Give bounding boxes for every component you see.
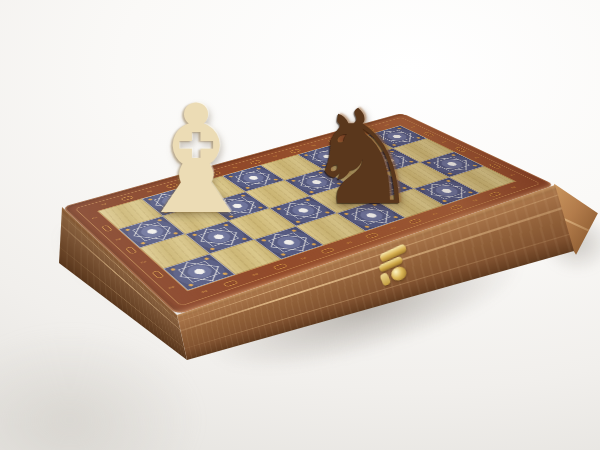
border-motif-cartouche xyxy=(151,271,164,279)
border-motif-curl: ∾ xyxy=(231,166,240,170)
border-motif-cartouche xyxy=(454,147,467,152)
border-motif-cartouche xyxy=(125,247,137,255)
border-motif-curl: ∾ xyxy=(345,240,356,245)
border-motif-curl: ∾ xyxy=(470,198,480,203)
brass-clasp xyxy=(373,241,421,296)
border-motif-curl: ∾ xyxy=(473,156,482,160)
border-motif-cartouche xyxy=(289,149,301,154)
border-motif-cartouche xyxy=(249,160,262,165)
border-motif-curl: ∾ xyxy=(90,216,99,221)
photo-scene: ∾∾∾∾∾∾∾∾ ∾∾∾∾∾∾∾∾ ∾∾∾∾ ∾∾∾∾ ♝ ♞ xyxy=(0,0,600,450)
border-motif-cartouche xyxy=(121,195,135,200)
border-motif-curl: ∾ xyxy=(166,285,177,291)
border-motif-curl: ∾ xyxy=(509,185,519,189)
border-motif-cartouche xyxy=(449,204,463,210)
tile-star-medallion xyxy=(131,222,171,241)
border-motif-cartouche xyxy=(223,279,239,286)
border-motif-cartouche xyxy=(327,138,339,142)
border-motif-curl: ∾ xyxy=(200,289,211,295)
border-motif-cartouche xyxy=(488,191,502,197)
border-motif-curl: ∾ xyxy=(139,260,149,266)
border-motif-curl: ∾ xyxy=(388,226,398,231)
border-motif-cartouche xyxy=(408,218,422,224)
clasp-hook xyxy=(379,272,391,287)
border-motif-curl: ∾ xyxy=(145,189,154,193)
border-motif-curl: ∾ xyxy=(347,133,356,136)
border-motif-curl: ∾ xyxy=(383,123,392,126)
border-motif-curl: ∾ xyxy=(250,272,261,278)
border-motif-cartouche xyxy=(365,232,380,238)
border-motif-curl: ∾ xyxy=(299,256,310,262)
border-motif-curl: ∾ xyxy=(508,173,518,177)
border-motif-cartouche xyxy=(272,263,287,270)
tile-star-medallion xyxy=(177,261,220,283)
border-motif-curl: ∾ xyxy=(409,125,418,128)
border-motif-curl: ∾ xyxy=(100,202,109,206)
border-motif-curl: ∾ xyxy=(430,212,440,217)
border-motif-curl: ∾ xyxy=(271,154,280,158)
border-motif-curl: ∾ xyxy=(440,140,449,144)
border-motif-curl: ∾ xyxy=(114,237,124,242)
border-motif-cartouche xyxy=(320,247,335,254)
border-motif-cartouche xyxy=(100,225,112,232)
border-motif-curl: ∾ xyxy=(310,144,319,148)
border-motif-cartouche xyxy=(422,132,434,137)
border-motif-cartouche xyxy=(165,183,178,188)
border-motif-cartouche xyxy=(363,128,375,132)
border-motif-curl: ∾ xyxy=(189,177,198,181)
border-motif-cartouche xyxy=(208,171,221,176)
